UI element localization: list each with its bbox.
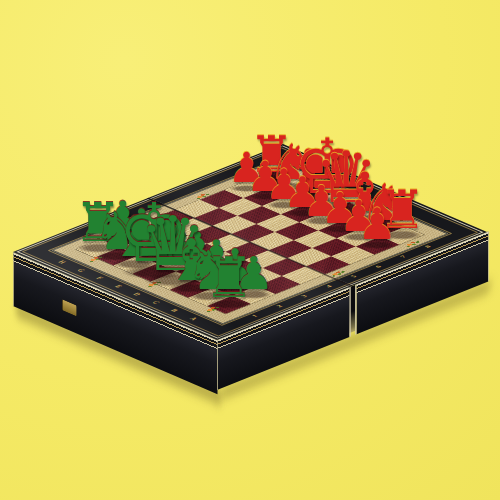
rank-label-8: 8	[421, 244, 434, 249]
rank-label-7: 7	[396, 254, 409, 259]
rank-label-6: 6	[372, 264, 385, 269]
file-label-g: G	[73, 267, 88, 273]
file-label-a: A	[186, 315, 201, 321]
file-label-h: H	[55, 259, 70, 265]
rank-label-4: 4	[322, 284, 335, 289]
gold-brand-emblem	[62, 299, 77, 316]
file-label-c: C	[148, 299, 163, 305]
piece-red-pawn-a7[interactable]: ♟	[358, 203, 397, 247]
file-label-f: F	[92, 275, 107, 281]
file-label-d: D	[130, 291, 145, 297]
rank-label-5: 5	[347, 274, 360, 279]
chess-set-photo: H1G2F3E4D5C6B7A8 ♜♞♝♛♚♝♞♜♟♟♟♟♟♟♟♟♟♟♟♟♟♟♟…	[0, 0, 500, 500]
file-label-b: B	[167, 307, 182, 313]
rank-label-1: 1	[248, 313, 261, 318]
file-label-e: E	[111, 283, 126, 289]
rank-label-2: 2	[273, 303, 286, 308]
rank-label-3: 3	[297, 293, 310, 298]
piece-green-rook-a1[interactable]: ♜	[204, 250, 254, 306]
